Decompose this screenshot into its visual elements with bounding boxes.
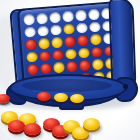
cell-r4c6[interactable] — [91, 46, 103, 57]
cell-r4c3[interactable] — [52, 49, 64, 60]
yellow-loose-disc — [83, 118, 100, 130]
cell-r4c4[interactable] — [65, 48, 77, 59]
cell-r4c5[interactable] — [78, 47, 90, 58]
cell-r3c6[interactable] — [90, 34, 102, 45]
cell-r5c3[interactable] — [53, 62, 65, 73]
cell-r3c3[interactable] — [51, 37, 63, 48]
cell-r2c3[interactable] — [50, 24, 62, 35]
cell-r1c2[interactable] — [36, 13, 48, 24]
cell-r2c1[interactable] — [24, 26, 36, 37]
base-tray-inner-shade — [22, 79, 112, 92]
cell-r1c3[interactable] — [49, 12, 61, 23]
cell-r5c5[interactable] — [79, 60, 91, 71]
cell-r1c5[interactable] — [75, 10, 87, 21]
red-loose-disc — [24, 123, 41, 135]
cell-r1c4[interactable] — [62, 11, 74, 22]
cell-r2c2[interactable] — [37, 25, 49, 36]
cell-r5c2[interactable] — [40, 63, 52, 74]
cell-r4c1[interactable] — [26, 51, 38, 62]
cell-r5c1[interactable] — [27, 64, 39, 75]
cell-r3c2[interactable] — [38, 38, 50, 49]
cell-r3c4[interactable] — [64, 36, 76, 47]
red-loose-disc — [37, 92, 51, 101]
yellow-loose-disc — [54, 93, 68, 102]
cell-r1c1[interactable] — [23, 14, 35, 25]
cell-r5c6[interactable] — [92, 58, 104, 69]
red-loose-disc — [8, 120, 25, 132]
cell-r2c4[interactable] — [63, 23, 75, 34]
cell-r4c2[interactable] — [39, 50, 51, 61]
cell-r3c5[interactable] — [77, 35, 89, 46]
connect-four-scene — [0, 0, 140, 140]
cell-r5c4[interactable] — [66, 61, 78, 72]
cell-r1c6[interactable] — [88, 9, 100, 20]
cell-r3c1[interactable] — [25, 39, 37, 50]
base-right-wing-hole — [123, 84, 128, 89]
cell-r2c6[interactable] — [89, 21, 101, 32]
cell-r2c5[interactable] — [76, 22, 88, 33]
yellow-loose-disc — [70, 94, 84, 103]
